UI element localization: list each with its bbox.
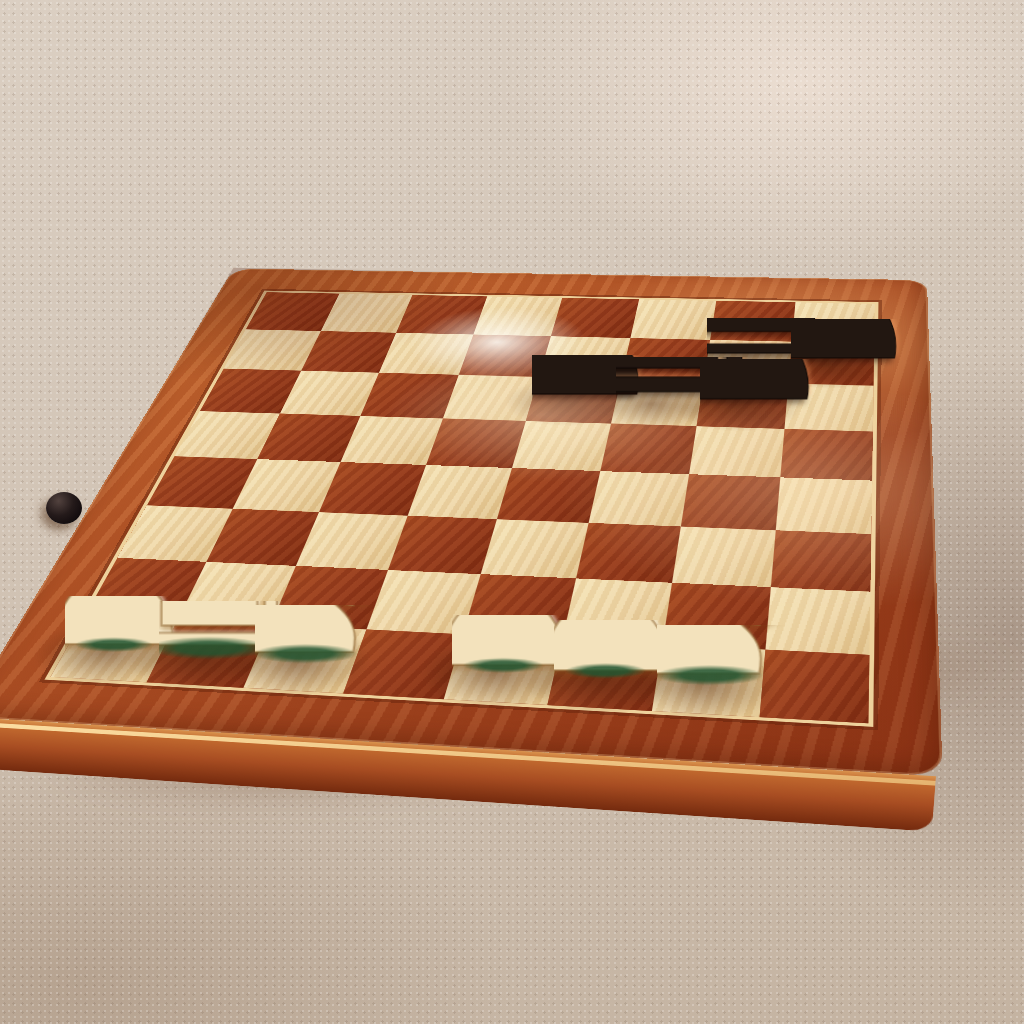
- square-g2[interactable]: [662, 583, 770, 650]
- square-d2[interactable]: [366, 570, 481, 634]
- square-f2[interactable]: [562, 578, 672, 644]
- square-g6[interactable]: ♟: [697, 381, 788, 428]
- square-e3[interactable]: [481, 519, 588, 578]
- square-h4[interactable]: [775, 477, 872, 533]
- square-c7[interactable]: [379, 333, 473, 375]
- square-d4[interactable]: [407, 465, 512, 519]
- square-g8[interactable]: [710, 301, 795, 342]
- square-a6[interactable]: [200, 369, 301, 414]
- square-h5[interactable]: [780, 429, 873, 481]
- square-d8[interactable]: [473, 296, 562, 336]
- square-c1[interactable]: ♞: [243, 624, 366, 693]
- square-g3[interactable]: [672, 526, 775, 587]
- square-d7[interactable]: [458, 334, 551, 377]
- square-e8[interactable]: [551, 298, 639, 338]
- square-e2[interactable]: [463, 574, 575, 639]
- square-a4[interactable]: [147, 456, 257, 508]
- square-h3[interactable]: [770, 530, 871, 592]
- square-h2[interactable]: [765, 587, 870, 654]
- square-f4[interactable]: [588, 471, 689, 526]
- square-h8[interactable]: [792, 302, 875, 343]
- square-g4[interactable]: [681, 474, 780, 530]
- square-g1[interactable]: ♞: [652, 644, 765, 717]
- latch-knob: [46, 492, 82, 524]
- square-c6[interactable]: [360, 373, 458, 419]
- square-f3[interactable]: [576, 523, 681, 583]
- square-a2[interactable]: [85, 558, 206, 620]
- square-e7[interactable]: [539, 336, 630, 379]
- square-c8[interactable]: [396, 295, 487, 334]
- photo-scene: ♛♟♟♚♟♟♚♞♟♟♞: [0, 0, 1024, 1024]
- square-h7[interactable]: ♟: [788, 341, 874, 385]
- square-f8[interactable]: [630, 299, 716, 339]
- square-d5[interactable]: [426, 418, 526, 468]
- square-e4[interactable]: [497, 468, 600, 523]
- square-a5[interactable]: [175, 411, 280, 459]
